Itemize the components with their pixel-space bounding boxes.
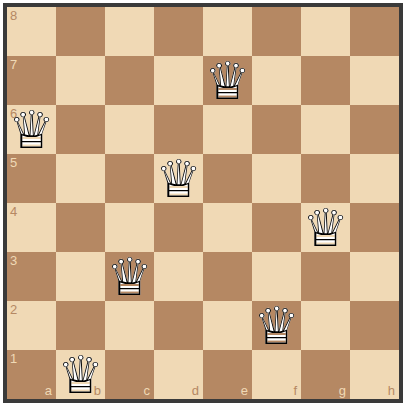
rank-label-1: 1 <box>10 352 17 365</box>
square-h4[interactable] <box>350 203 399 252</box>
white-queen[interactable]: ♛♕ <box>252 301 301 350</box>
white-queen[interactable]: ♛♕ <box>301 203 350 252</box>
white-queen-outline-glyph: ♕ <box>252 301 301 350</box>
white-queen[interactable]: ♛♕ <box>203 56 252 105</box>
white-queen-outline-glyph: ♕ <box>301 203 350 252</box>
rank-label-8: 8 <box>10 9 17 22</box>
rank-label-7: 7 <box>10 58 17 71</box>
square-g2[interactable] <box>301 301 350 350</box>
square-d6[interactable] <box>154 105 203 154</box>
white-queen-outline-glyph: ♕ <box>105 252 154 301</box>
square-d8[interactable] <box>154 7 203 56</box>
square-g6[interactable] <box>301 105 350 154</box>
square-f8[interactable] <box>252 7 301 56</box>
square-a3[interactable]: 3 <box>7 252 56 301</box>
square-d7[interactable] <box>154 56 203 105</box>
square-h7[interactable] <box>350 56 399 105</box>
square-d3[interactable] <box>154 252 203 301</box>
square-a8[interactable]: 8 <box>7 7 56 56</box>
square-h3[interactable] <box>350 252 399 301</box>
square-f6[interactable] <box>252 105 301 154</box>
square-e2[interactable] <box>203 301 252 350</box>
white-queen-outline-glyph: ♕ <box>7 105 56 154</box>
square-h6[interactable] <box>350 105 399 154</box>
square-b2[interactable] <box>56 301 105 350</box>
square-c1[interactable]: c <box>105 350 154 399</box>
square-d1[interactable]: d <box>154 350 203 399</box>
square-d5[interactable]: ♛♕ <box>154 154 203 203</box>
file-label-d: d <box>192 384 199 397</box>
white-queen-outline-glyph: ♕ <box>203 56 252 105</box>
square-e1[interactable]: e <box>203 350 252 399</box>
square-c6[interactable] <box>105 105 154 154</box>
square-h1[interactable]: h <box>350 350 399 399</box>
white-queen-outline-glyph: ♕ <box>56 350 105 399</box>
square-e5[interactable] <box>203 154 252 203</box>
square-b1[interactable]: b♛♕ <box>56 350 105 399</box>
file-label-a: a <box>45 384 52 397</box>
square-e8[interactable] <box>203 7 252 56</box>
square-c5[interactable] <box>105 154 154 203</box>
square-c7[interactable] <box>105 56 154 105</box>
board-frame: 87♛♕6♛♕5♛♕4♛♕3♛♕2♛♕1ab♛♕cdefgh <box>3 3 403 403</box>
square-b6[interactable] <box>56 105 105 154</box>
rank-label-3: 3 <box>10 254 17 267</box>
square-h5[interactable] <box>350 154 399 203</box>
square-a2[interactable]: 2 <box>7 301 56 350</box>
chess-board: 87♛♕6♛♕5♛♕4♛♕3♛♕2♛♕1ab♛♕cdefgh <box>7 7 399 399</box>
square-a5[interactable]: 5 <box>7 154 56 203</box>
square-b8[interactable] <box>56 7 105 56</box>
square-c8[interactable] <box>105 7 154 56</box>
square-h8[interactable] <box>350 7 399 56</box>
square-g5[interactable] <box>301 154 350 203</box>
square-c4[interactable] <box>105 203 154 252</box>
file-label-e: e <box>241 384 248 397</box>
square-f5[interactable] <box>252 154 301 203</box>
square-e4[interactable] <box>203 203 252 252</box>
rank-label-2: 2 <box>10 303 17 316</box>
square-e6[interactable] <box>203 105 252 154</box>
square-f4[interactable] <box>252 203 301 252</box>
square-e3[interactable] <box>203 252 252 301</box>
white-queen[interactable]: ♛♕ <box>56 350 105 399</box>
white-queen[interactable]: ♛♕ <box>154 154 203 203</box>
square-d4[interactable] <box>154 203 203 252</box>
square-g1[interactable]: g <box>301 350 350 399</box>
square-a4[interactable]: 4 <box>7 203 56 252</box>
file-label-c: c <box>144 384 151 397</box>
rank-label-4: 4 <box>10 205 17 218</box>
square-a7[interactable]: 7 <box>7 56 56 105</box>
square-f1[interactable]: f <box>252 350 301 399</box>
file-label-g: g <box>339 384 346 397</box>
square-f2[interactable]: ♛♕ <box>252 301 301 350</box>
square-g3[interactable] <box>301 252 350 301</box>
square-a1[interactable]: 1a <box>7 350 56 399</box>
square-g8[interactable] <box>301 7 350 56</box>
square-d2[interactable] <box>154 301 203 350</box>
square-g7[interactable] <box>301 56 350 105</box>
square-f3[interactable] <box>252 252 301 301</box>
square-a6[interactable]: 6♛♕ <box>7 105 56 154</box>
square-c3[interactable]: ♛♕ <box>105 252 154 301</box>
white-queen[interactable]: ♛♕ <box>105 252 154 301</box>
white-queen-outline-glyph: ♕ <box>154 154 203 203</box>
square-b5[interactable] <box>56 154 105 203</box>
square-b3[interactable] <box>56 252 105 301</box>
square-h2[interactable] <box>350 301 399 350</box>
file-label-f: f <box>293 384 297 397</box>
file-label-h: h <box>388 384 395 397</box>
square-b4[interactable] <box>56 203 105 252</box>
white-queen[interactable]: ♛♕ <box>7 105 56 154</box>
square-e7[interactable]: ♛♕ <box>203 56 252 105</box>
square-b7[interactable] <box>56 56 105 105</box>
square-f7[interactable] <box>252 56 301 105</box>
square-c2[interactable] <box>105 301 154 350</box>
square-g4[interactable]: ♛♕ <box>301 203 350 252</box>
